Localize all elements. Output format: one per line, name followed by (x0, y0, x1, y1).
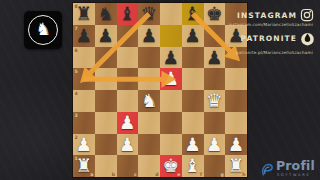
black-knight: ♞ (95, 3, 117, 25)
square-a4[interactable]: 4 (73, 90, 95, 112)
square-e5[interactable]: ♟ (160, 68, 182, 90)
instagram-label: INSTAGRAM (237, 11, 297, 20)
rank-label-1: 1 (75, 156, 78, 161)
square-b6[interactable] (95, 47, 117, 69)
file-label-d: d (155, 172, 158, 177)
badge-ring: ♞ (28, 15, 58, 45)
square-f7[interactable]: ♟ (182, 25, 204, 47)
square-b4[interactable] (95, 90, 117, 112)
square-a3[interactable]: 3 (73, 112, 95, 134)
square-c7[interactable] (117, 25, 139, 47)
white-pawn: ♟ (225, 134, 247, 156)
black-pawn: ♟ (160, 47, 182, 69)
black-queen: ♛ (138, 3, 160, 25)
square-f2[interactable]: ♟ (182, 134, 204, 156)
black-pawn: ♟ (138, 25, 160, 47)
square-g8[interactable]: ♚ (204, 3, 226, 25)
patronite-handle: patronite.pl/MarianczelloSzachami (236, 50, 313, 55)
square-d6[interactable] (138, 47, 160, 69)
instagram-handle: instagram.com/MarianczelloSzachami (229, 22, 313, 27)
white-knight: ♞ (138, 90, 160, 112)
square-b2[interactable] (95, 134, 117, 156)
file-label-f: f (200, 172, 202, 177)
square-d1[interactable]: d (138, 155, 160, 177)
square-f8[interactable]: ♝ (182, 3, 204, 25)
square-f6[interactable] (182, 47, 204, 69)
patronite-label: PATRONITE (240, 34, 297, 43)
square-b1[interactable]: b (95, 155, 117, 177)
square-h3[interactable] (225, 112, 247, 134)
square-f1[interactable]: f♝ (182, 155, 204, 177)
square-g7[interactable] (204, 25, 226, 47)
square-b8[interactable]: ♞ (95, 3, 117, 25)
board-grid: 8♜♞♝♛♝♚7♟♟♟♟♟6♟♟5♟4♞♛3♟2♟♟♟♟♟1a♜bcde♚f♝g… (73, 3, 247, 177)
patronite-droplet-icon (300, 30, 315, 47)
square-g4[interactable]: ♛ (204, 90, 226, 112)
square-a2[interactable]: 2♟ (73, 134, 95, 156)
square-b5[interactable] (95, 68, 117, 90)
black-pawn: ♟ (204, 47, 226, 69)
square-d5[interactable] (138, 68, 160, 90)
rank-label-3: 3 (75, 113, 78, 118)
square-c4[interactable] (117, 90, 139, 112)
square-c8[interactable]: ♝ (117, 3, 139, 25)
square-c5[interactable] (117, 68, 139, 90)
square-h2[interactable]: ♟ (225, 134, 247, 156)
square-e3[interactable] (160, 112, 182, 134)
square-g3[interactable] (204, 112, 226, 134)
chess-board: 8♜♞♝♛♝♚7♟♟♟♟♟6♟♟5♟4♞♛3♟2♟♟♟♟♟1a♜bcde♚f♝g… (73, 3, 247, 177)
black-pawn: ♟ (95, 25, 117, 47)
square-f5[interactable] (182, 68, 204, 90)
rank-label-5: 5 (75, 69, 78, 74)
white-queen: ♛ (204, 90, 226, 112)
square-b3[interactable] (95, 112, 117, 134)
white-pawn: ♟ (204, 134, 226, 156)
profil-mark-icon (260, 162, 275, 177)
square-g1[interactable]: g (204, 155, 226, 177)
white-pawn: ♟ (117, 112, 139, 134)
white-pawn: ♟ (117, 134, 139, 156)
square-f4[interactable] (182, 90, 204, 112)
square-d7[interactable]: ♟ (138, 25, 160, 47)
square-a5[interactable]: 5 (73, 68, 95, 90)
rank-label-6: 6 (75, 48, 78, 53)
square-c3[interactable]: ♟ (117, 112, 139, 134)
square-c2[interactable]: ♟ (117, 134, 139, 156)
square-g6[interactable]: ♟ (204, 47, 226, 69)
instagram-icon (300, 8, 314, 22)
square-e2[interactable] (160, 134, 182, 156)
white-pawn: ♟ (160, 68, 182, 90)
file-label-g: g (220, 172, 223, 177)
file-label-b: b (112, 172, 115, 177)
square-f3[interactable] (182, 112, 204, 134)
sponsor-logo: Profil SOFTWARE (260, 160, 315, 177)
black-bishop: ♝ (182, 3, 204, 25)
knight-logo-icon: ♞ (35, 21, 50, 38)
white-pawn: ♟ (182, 134, 204, 156)
rank-label-4: 4 (75, 91, 78, 96)
black-bishop: ♝ (117, 3, 139, 25)
square-e6[interactable]: ♟ (160, 47, 182, 69)
square-e8[interactable] (160, 3, 182, 25)
square-e1[interactable]: e♚ (160, 155, 182, 177)
sponsor-name: Profil (276, 160, 315, 172)
rank-label-2: 2 (75, 135, 78, 140)
square-g5[interactable] (204, 68, 226, 90)
thumbnail-scene: ♞ 8♜♞♝♛♝♚7♟♟♟♟♟6♟♟5♟4♞♛3♟2♟♟♟♟♟1a♜bcde♚f… (0, 0, 320, 180)
square-a8[interactable]: 8♜ (73, 3, 95, 25)
file-label-h: h (242, 172, 245, 177)
rank-label-8: 8 (75, 4, 78, 9)
square-d4[interactable]: ♞ (138, 90, 160, 112)
square-e7[interactable] (160, 25, 182, 47)
square-d3[interactable] (138, 112, 160, 134)
square-a1[interactable]: 1a♜ (73, 155, 95, 177)
channel-badge: ♞ (24, 11, 62, 49)
square-d2[interactable] (138, 134, 160, 156)
square-a6[interactable]: 6 (73, 47, 95, 69)
black-king: ♚ (204, 3, 226, 25)
file-label-a: a (90, 172, 93, 177)
file-label-c: c (134, 172, 137, 177)
sponsor-subtitle: SOFTWARE (277, 173, 311, 177)
square-a7[interactable]: 7♟ (73, 25, 95, 47)
square-c6[interactable] (117, 47, 139, 69)
square-b7[interactable]: ♟ (95, 25, 117, 47)
square-h4[interactable] (225, 90, 247, 112)
square-d8[interactable]: ♛ (138, 3, 160, 25)
square-c1[interactable]: c (117, 155, 139, 177)
rank-label-7: 7 (75, 26, 78, 31)
square-h1[interactable]: h♜ (225, 155, 247, 177)
black-pawn: ♟ (182, 25, 204, 47)
square-e4[interactable] (160, 90, 182, 112)
file-label-e: e (177, 172, 180, 177)
square-h5[interactable] (225, 68, 247, 90)
square-g2[interactable]: ♟ (204, 134, 226, 156)
